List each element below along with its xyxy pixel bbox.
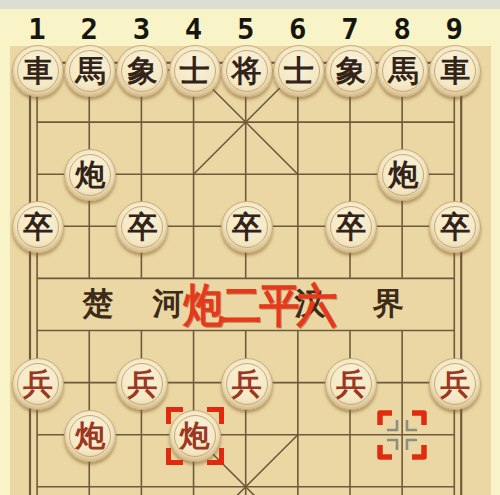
piece-character: 卒	[232, 212, 262, 242]
piece-character: 兵	[23, 369, 53, 399]
move-origin-marker	[372, 405, 432, 465]
column-label-1: 1	[28, 12, 45, 46]
black-soldier-piece[interactable]: 卒	[12, 201, 64, 253]
piece-character: 炮	[180, 421, 210, 451]
column-label-3: 3	[133, 12, 150, 46]
piece-character: 卒	[336, 212, 366, 242]
piece-character: 象	[336, 56, 366, 86]
black-cannon-piece[interactable]: 炮	[377, 149, 429, 201]
piece-character: 炮	[75, 160, 105, 190]
piece-character: 将	[232, 56, 262, 86]
red-cannon-piece[interactable]: 炮	[64, 410, 116, 462]
piece-character: 車	[23, 56, 53, 86]
piece-character: 車	[440, 56, 470, 86]
black-soldier-piece[interactable]: 卒	[325, 201, 377, 253]
black-advisor-piece[interactable]: 士	[169, 45, 221, 97]
piece-character: 炮	[75, 421, 105, 451]
piece-character: 兵	[232, 369, 262, 399]
column-label-7: 7	[341, 12, 358, 46]
column-label-2: 2	[81, 12, 98, 46]
marker-crosshair	[387, 420, 417, 450]
black-elephant-piece[interactable]: 象	[325, 45, 377, 97]
river-char-he: 河	[153, 283, 184, 325]
black-soldier-piece[interactable]: 卒	[221, 201, 273, 253]
piece-character: 炮	[388, 160, 418, 190]
column-label-5: 5	[237, 12, 254, 46]
piece-character: 卒	[440, 212, 470, 242]
piece-character: 士	[284, 56, 314, 86]
marker-red-corners	[380, 413, 424, 457]
piece-character: 兵	[127, 369, 157, 399]
black-chariot-piece[interactable]: 車	[12, 45, 64, 97]
piece-character: 兵	[336, 369, 366, 399]
river-char-jie: 界	[373, 283, 404, 325]
column-label-6: 6	[289, 12, 306, 46]
red-soldier-piece[interactable]: 兵	[116, 358, 168, 410]
black-elephant-piece[interactable]: 象	[116, 45, 168, 97]
black-general-piece[interactable]: 将	[221, 45, 273, 97]
column-label-4: 4	[185, 12, 202, 46]
black-horse-piece[interactable]: 馬	[377, 45, 429, 97]
piece-character: 象	[127, 56, 157, 86]
black-advisor-piece[interactable]: 士	[273, 45, 325, 97]
red-soldier-piece[interactable]: 兵	[325, 358, 377, 410]
piece-character: 卒	[23, 212, 53, 242]
xiangqi-app: 123456789 楚 河 汉 界 車馬象士将士象馬車炮炮卒卒卒卒卒兵兵兵兵兵炮…	[0, 0, 500, 495]
piece-character: 士	[180, 56, 210, 86]
piece-character: 馬	[75, 56, 105, 86]
piece-character: 卒	[127, 212, 157, 242]
piece-character: 馬	[388, 56, 418, 86]
river-char-chu: 楚	[83, 283, 114, 325]
black-chariot-piece[interactable]: 車	[429, 45, 481, 97]
black-horse-piece[interactable]: 馬	[64, 45, 116, 97]
red-soldier-piece[interactable]: 兵	[12, 358, 64, 410]
column-label-9: 9	[446, 12, 463, 46]
red-soldier-piece[interactable]: 兵	[221, 358, 273, 410]
column-label-8: 8	[393, 12, 410, 46]
move-annotation: 炮二平六	[183, 275, 334, 337]
red-cannon-piece[interactable]: 炮	[169, 410, 221, 462]
piece-character: 兵	[440, 369, 470, 399]
red-soldier-piece[interactable]: 兵	[429, 358, 481, 410]
